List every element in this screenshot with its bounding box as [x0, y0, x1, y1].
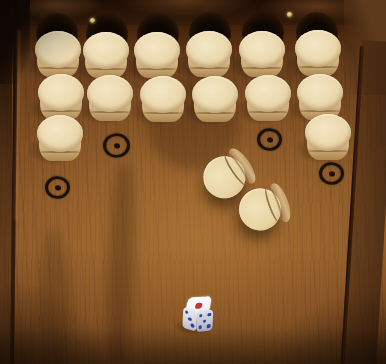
die-pip — [195, 302, 203, 309]
peg-top-face — [297, 74, 343, 111]
peg-top-face — [83, 32, 129, 69]
peg-top-face — [134, 32, 180, 69]
peg-top-face — [87, 75, 133, 112]
peg-r2c5[interactable] — [245, 75, 291, 125]
peg-top-face — [186, 31, 232, 68]
peg-top-face — [239, 31, 285, 68]
die-pip — [203, 319, 207, 323]
peg-r1c4[interactable] — [186, 31, 232, 81]
die-right-face — [196, 309, 213, 332]
peg-r2c2[interactable] — [87, 75, 133, 125]
die-pip — [191, 323, 195, 328]
peg-r1c6[interactable] — [295, 30, 341, 80]
peg-top-face — [140, 76, 186, 113]
peg-top-face — [305, 114, 351, 151]
die-pip — [185, 310, 189, 315]
peg-r2c3[interactable] — [140, 76, 186, 126]
peg-r2c4[interactable] — [192, 76, 238, 126]
peg-top-face — [245, 75, 291, 112]
peg-r3c6[interactable] — [305, 114, 351, 164]
game-photo — [0, 0, 386, 364]
brass-pin-1 — [90, 18, 95, 23]
die-pip — [198, 325, 202, 329]
peg-top-face — [192, 76, 238, 113]
die[interactable] — [180, 295, 216, 335]
peg-r1c3[interactable] — [134, 32, 180, 82]
die-left-face — [182, 306, 197, 331]
die-pip — [188, 317, 192, 322]
peg-top-face — [37, 115, 83, 152]
peg-top-face — [295, 30, 341, 67]
die-pip — [199, 314, 203, 318]
peg-r3c1[interactable] — [37, 115, 83, 165]
peg-r1c5[interactable] — [239, 31, 285, 81]
left-rail-shadow — [0, 0, 12, 364]
die-pip — [207, 324, 211, 328]
brass-pin-2 — [287, 12, 292, 17]
die-pip — [208, 313, 212, 317]
